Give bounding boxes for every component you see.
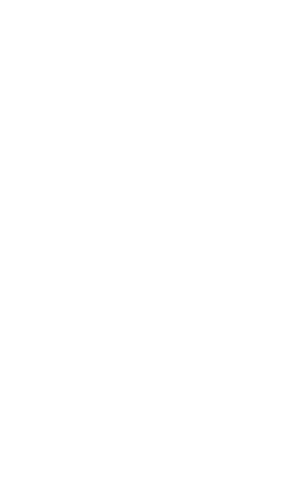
go-diagram-page — [0, 0, 308, 500]
right-coordinates — [288, 0, 306, 500]
board-wood-surface[interactable] — [0, 19, 285, 474]
go-board[interactable] — [0, 0, 308, 500]
bottom-coordinates — [0, 481, 308, 498]
board-shadow-bottom — [0, 474, 288, 479]
